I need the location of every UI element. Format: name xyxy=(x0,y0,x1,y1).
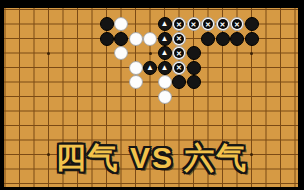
cross-glyph: ✕ xyxy=(176,35,182,42)
triangle-marker-icon: ▲ xyxy=(161,34,169,42)
white-stone: ✕ xyxy=(230,17,244,31)
white-stone xyxy=(114,46,129,61)
white-stone: ✕ xyxy=(172,32,186,46)
black-stone xyxy=(100,32,114,46)
white-stone xyxy=(128,60,143,75)
cross-glyph: ✕ xyxy=(176,20,182,27)
cross-glyph: ✕ xyxy=(205,20,211,27)
black-stone: ▲ xyxy=(158,61,172,75)
white-stone: ✕ xyxy=(172,46,186,60)
white-stone xyxy=(157,89,172,104)
star-point xyxy=(244,46,259,61)
white-stone xyxy=(129,32,143,46)
triangle-marker-icon: ▲ xyxy=(146,63,154,71)
cross-glyph: ✕ xyxy=(234,20,240,27)
black-stone xyxy=(187,75,201,89)
white-stone: ✕ xyxy=(172,60,187,75)
white-stone: ✕ xyxy=(172,61,186,75)
cross-marker-icon: ✕ xyxy=(218,19,228,29)
white-stone xyxy=(129,61,143,75)
cross-glyph: ✕ xyxy=(191,20,197,27)
white-stone: ✕ xyxy=(230,17,245,32)
black-stone xyxy=(114,32,128,46)
black-stone xyxy=(186,46,201,61)
black-stone xyxy=(201,31,216,46)
white-stone xyxy=(143,31,158,46)
white-stone: ✕ xyxy=(215,17,230,32)
black-stone xyxy=(201,32,215,46)
black-stone: ▲ xyxy=(158,17,172,31)
white-stone: ✕ xyxy=(172,31,187,46)
black-stone xyxy=(245,32,259,46)
black-stone: ▲ xyxy=(158,32,172,46)
black-stone: ▲ xyxy=(158,46,172,60)
star-point xyxy=(41,46,56,61)
black-stone: ▲ xyxy=(143,61,157,75)
white-stone xyxy=(114,46,128,60)
star-point-dot xyxy=(47,153,50,156)
star-point-dot xyxy=(250,52,253,55)
white-stone xyxy=(158,90,172,104)
cross-glyph: ✕ xyxy=(220,20,226,27)
white-stone: ✕ xyxy=(186,17,201,32)
black-stone xyxy=(99,31,114,46)
white-stone xyxy=(128,31,143,46)
cross-marker-icon: ✕ xyxy=(232,19,242,29)
black-stone xyxy=(100,17,114,31)
cross-marker-icon: ✕ xyxy=(174,63,184,73)
black-stone xyxy=(245,17,259,31)
star-point xyxy=(41,147,56,162)
white-stone: ✕ xyxy=(172,46,187,61)
cross-marker-icon: ✕ xyxy=(189,19,199,29)
black-stone: ▲ xyxy=(157,31,172,46)
white-stone: ✕ xyxy=(172,17,187,32)
cross-glyph: ✕ xyxy=(176,49,182,56)
black-stone xyxy=(114,31,129,46)
black-stone: ▲ xyxy=(157,60,172,75)
black-stone xyxy=(187,46,201,60)
black-stone xyxy=(244,31,259,46)
star-point xyxy=(143,46,158,61)
white-stone: ✕ xyxy=(201,17,215,31)
cross-glyph: ✕ xyxy=(176,64,182,71)
white-stone xyxy=(157,75,172,90)
black-stone xyxy=(172,75,187,90)
white-stone xyxy=(114,17,129,32)
triangle-marker-icon: ▲ xyxy=(161,20,169,28)
white-stone: ✕ xyxy=(201,17,216,32)
black-stone xyxy=(186,60,201,75)
white-stone xyxy=(114,17,128,31)
cross-marker-icon: ✕ xyxy=(174,19,184,29)
star-point-dot xyxy=(149,52,152,55)
white-stone xyxy=(128,75,143,90)
white-stone: ✕ xyxy=(216,17,230,31)
white-stone xyxy=(158,75,172,89)
white-stone xyxy=(143,32,157,46)
black-stone xyxy=(99,17,114,32)
black-stone: ▲ xyxy=(143,60,158,75)
black-stone: ▲ xyxy=(157,17,172,32)
black-stone xyxy=(230,31,245,46)
black-stone: ▲ xyxy=(157,46,172,61)
white-stone: ✕ xyxy=(187,17,201,31)
video-frame: ▲✕✕✕✕✕▲✕▲✕▲▲✕ 四气 VS 六气 xyxy=(0,0,304,190)
white-stone xyxy=(129,75,143,89)
black-stone xyxy=(230,32,244,46)
cross-marker-icon: ✕ xyxy=(203,19,213,29)
black-stone xyxy=(187,61,201,75)
star-point-dot xyxy=(47,52,50,55)
black-stone xyxy=(216,32,230,46)
black-stone xyxy=(215,31,230,46)
black-stone xyxy=(186,75,201,90)
star-point-dot xyxy=(250,153,253,156)
triangle-marker-icon: ▲ xyxy=(161,63,169,71)
cross-marker-icon: ✕ xyxy=(174,48,184,58)
cross-marker-icon: ✕ xyxy=(174,34,184,44)
triangle-marker-icon: ▲ xyxy=(161,49,169,57)
white-stone: ✕ xyxy=(172,17,186,31)
black-stone xyxy=(172,75,186,89)
black-stone xyxy=(244,17,259,32)
caption-text: 四气 VS 六气 xyxy=(56,138,249,179)
